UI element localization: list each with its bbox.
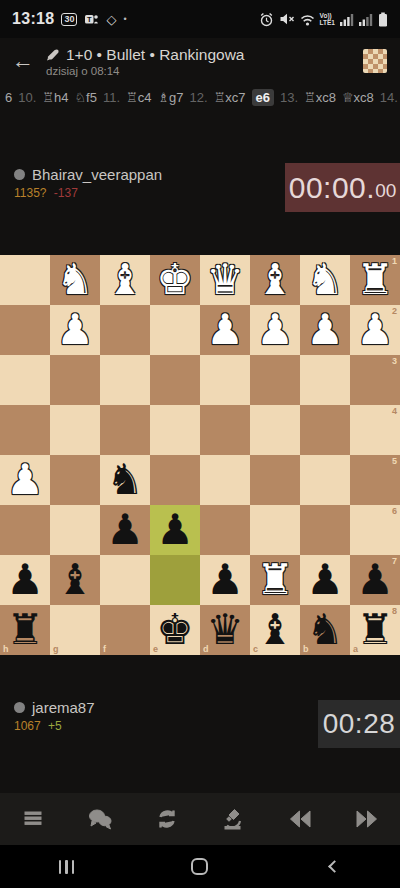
square-h8[interactable]: ♜h	[0, 605, 50, 655]
square-b1[interactable]: ♞	[300, 255, 350, 305]
square-d1[interactable]: ♛	[200, 255, 250, 305]
player-top: Bhairav_veerappan 1135? -137 00:00.00	[0, 160, 400, 215]
white-knight: ♞	[300, 255, 350, 305]
player-status-icon	[14, 169, 25, 180]
board-thumbnail-icon[interactable]	[363, 49, 387, 73]
move-list[interactable]: 610.♖h4♘f511.♖c4♗g712.♖xc7e613.♖xc8♕xc81…	[0, 86, 400, 110]
square-h5[interactable]: ♟	[0, 455, 50, 505]
square-g4[interactable]	[50, 405, 100, 455]
file-label: b	[303, 644, 309, 654]
file-label: a	[353, 644, 358, 654]
rank-label: 5	[392, 456, 397, 466]
player-bottom-rating: 1067	[14, 719, 41, 733]
square-a1[interactable]: ♜1	[350, 255, 400, 305]
square-a2[interactable]: ♟2	[350, 305, 400, 355]
microscope-icon	[221, 807, 245, 831]
square-f2[interactable]	[100, 305, 150, 355]
square-d7[interactable]: ♟	[200, 555, 250, 605]
current-move[interactable]: e6	[252, 89, 274, 106]
black-pawn: ♟	[0, 555, 50, 605]
android-nav-bar	[0, 845, 400, 888]
home-icon	[191, 858, 208, 875]
wifi-icon	[300, 13, 315, 26]
file-label: d	[203, 644, 209, 654]
square-d2[interactable]: ♟	[200, 305, 250, 355]
white-bishop: ♝	[250, 255, 300, 305]
square-h4[interactable]	[0, 405, 50, 455]
square-c3[interactable]	[250, 355, 300, 405]
player-bottom-name[interactable]: jarema87	[32, 699, 95, 716]
rank-label: 7	[392, 556, 397, 566]
square-a7[interactable]: ♟7	[350, 555, 400, 605]
white-king: ♚	[150, 255, 200, 305]
alarm-icon	[259, 12, 274, 27]
square-e4[interactable]	[150, 405, 200, 455]
clock-bottom-time: 00:28	[323, 708, 396, 740]
move-number: 11.	[103, 90, 120, 105]
calendar-icon: 30	[61, 13, 77, 26]
square-f8[interactable]: f	[100, 605, 150, 655]
square-a3[interactable]: 3	[350, 355, 400, 405]
white-queen: ♛	[200, 255, 250, 305]
black-pawn: ♟	[200, 555, 250, 605]
mute-icon	[279, 12, 295, 26]
forward-button[interactable]	[347, 799, 387, 839]
square-e6[interactable]: ♟	[150, 505, 200, 555]
signal-bars-2-icon	[359, 13, 373, 26]
square-g2[interactable]: ♟	[50, 305, 100, 355]
black-bishop: ♝	[50, 555, 100, 605]
move[interactable]: ♘f5	[74, 90, 97, 105]
square-d8[interactable]: ♛d	[200, 605, 250, 655]
move[interactable]: ♖h4	[42, 90, 68, 105]
diamond-icon: ◇	[106, 13, 116, 26]
white-rook: ♜	[250, 555, 300, 605]
clock-top-fraction: 00	[375, 180, 396, 202]
bullet-icon	[46, 47, 61, 62]
square-h1[interactable]	[0, 255, 50, 305]
player-status-icon	[14, 702, 25, 713]
rematch-button[interactable]	[147, 799, 187, 839]
clock-top-time: 00:00.	[289, 171, 375, 205]
back-chevron-icon	[328, 860, 341, 873]
square-a6[interactable]: 6	[350, 505, 400, 555]
move[interactable]: ♖xc7	[214, 90, 246, 105]
square-c1[interactable]: ♝	[250, 255, 300, 305]
svg-text:T: T	[87, 15, 92, 24]
rank-label: 4	[392, 406, 397, 416]
square-f7[interactable]	[100, 555, 150, 605]
teams-icon: T	[84, 12, 99, 26]
square-c7[interactable]: ♜	[250, 555, 300, 605]
notification-dot-icon: •	[123, 14, 126, 24]
recents-icon	[59, 860, 75, 874]
player-bottom: jarema87 1067 +5 00:28	[0, 693, 400, 748]
square-f3[interactable]	[100, 355, 150, 405]
white-pawn: ♟	[200, 305, 250, 355]
square-h3[interactable]	[0, 355, 50, 405]
clock-top: 00:00.00	[285, 163, 400, 212]
game-header: ← 1+0 • Bullet • Rankingowa dzisiaj o 08…	[0, 38, 400, 84]
square-d5[interactable]	[200, 455, 250, 505]
square-a4[interactable]: 4	[350, 405, 400, 455]
move[interactable]: 6	[5, 90, 12, 105]
square-f1[interactable]: ♝	[100, 255, 150, 305]
back-button[interactable]: ←	[0, 38, 46, 84]
white-pawn: ♟	[300, 305, 350, 355]
square-c6[interactable]	[250, 505, 300, 555]
black-pawn: ♟	[300, 555, 350, 605]
backward-button[interactable]	[280, 799, 320, 839]
player-top-rating: 1135?	[14, 186, 46, 200]
square-g8[interactable]: g	[50, 605, 100, 655]
file-label: h	[3, 644, 9, 654]
moves-list-icon	[22, 808, 44, 830]
black-pawn: ♟	[150, 505, 200, 555]
square-b2[interactable]: ♟	[300, 305, 350, 355]
game-date: dzisiaj o 08:14	[46, 65, 244, 77]
status-time: 13:18	[12, 10, 54, 28]
move[interactable]: ♖c4	[126, 90, 151, 105]
rank-label: 6	[392, 506, 397, 516]
white-pawn: ♟	[250, 305, 300, 355]
square-h2[interactable]	[0, 305, 50, 355]
white-pawn: ♟	[50, 305, 100, 355]
file-label: c	[253, 644, 258, 654]
moves-list-button[interactable]	[13, 799, 53, 839]
move-number: 13.	[280, 90, 298, 105]
clock-bottom: 00:28	[318, 700, 400, 748]
square-g6[interactable]	[50, 505, 100, 555]
square-d3[interactable]	[200, 355, 250, 405]
square-a8[interactable]: ♜8a	[350, 605, 400, 655]
bottom-toolbar	[0, 793, 400, 845]
square-a5[interactable]: 5	[350, 455, 400, 505]
square-f4[interactable]	[100, 405, 150, 455]
chat-button[interactable]	[80, 799, 120, 839]
signal-bars-icon	[340, 13, 354, 26]
square-c5[interactable]	[250, 455, 300, 505]
move-number: 14.	[380, 90, 398, 105]
white-pawn: ♟	[0, 455, 50, 505]
move[interactable]: ♕xc8	[342, 90, 374, 105]
move[interactable]: ♗g7	[157, 90, 183, 105]
square-b6[interactable]	[300, 505, 350, 555]
move-number: 10.	[18, 90, 36, 105]
file-label: g	[53, 644, 59, 654]
player-top-rating-diff: -137	[54, 186, 78, 200]
white-knight: ♞	[50, 255, 100, 305]
game-title: 1+0 • Bullet • Rankingowa	[66, 46, 244, 64]
square-b5[interactable]	[300, 455, 350, 505]
square-g3[interactable]	[50, 355, 100, 405]
square-e7[interactable]	[150, 555, 200, 605]
black-pawn: ♟	[100, 505, 150, 555]
square-g7[interactable]: ♝	[50, 555, 100, 605]
square-d6[interactable]	[200, 505, 250, 555]
square-g5[interactable]	[50, 455, 100, 505]
square-e8[interactable]: ♚e	[150, 605, 200, 655]
square-f5[interactable]: ♞	[100, 455, 150, 505]
rank-label: 3	[392, 356, 397, 366]
square-c2[interactable]: ♟	[250, 305, 300, 355]
square-b4[interactable]	[300, 405, 350, 455]
player-bottom-rating-diff: +5	[48, 719, 62, 733]
square-e1[interactable]: ♚	[150, 255, 200, 305]
rank-label: 1	[392, 256, 397, 266]
black-knight: ♞	[100, 455, 150, 505]
status-bar: 13:18 30 T ◇ •	[0, 0, 400, 38]
square-h6[interactable]	[0, 505, 50, 555]
square-g1[interactable]: ♞	[50, 255, 100, 305]
square-e5[interactable]	[150, 455, 200, 505]
square-b3[interactable]	[300, 355, 350, 405]
square-b7[interactable]: ♟	[300, 555, 350, 605]
nav-home-button[interactable]	[133, 858, 266, 875]
app-screen: 13:18 30 T ◇ •	[0, 0, 400, 888]
square-c4[interactable]	[250, 405, 300, 455]
square-e2[interactable]	[150, 305, 200, 355]
white-bishop: ♝	[100, 255, 150, 305]
square-b8[interactable]: ♞b	[300, 605, 350, 655]
file-label: f	[103, 644, 106, 654]
nav-recents-button[interactable]	[0, 860, 133, 874]
rank-label: 8	[392, 606, 397, 616]
rank-label: 2	[392, 306, 397, 316]
chat-icon	[88, 808, 112, 830]
chess-board[interactable]: ♞♝♚♛♝♞♜1♟♟♟♟♟234♟♞5♟♟6♟♝♟♜♟♟7♜hgf♚e♛d♝c♞…	[0, 255, 400, 655]
player-top-name[interactable]: Bhairav_veerappan	[32, 166, 162, 183]
backward-icon	[289, 810, 311, 828]
square-f6[interactable]: ♟	[100, 505, 150, 555]
square-h7[interactable]: ♟	[0, 555, 50, 605]
file-label: e	[153, 644, 158, 654]
move[interactable]: ♖xc8	[304, 90, 336, 105]
square-c8[interactable]: ♝c	[250, 605, 300, 655]
move-number: 12.	[190, 90, 208, 105]
square-d4[interactable]	[200, 405, 250, 455]
square-e3[interactable]	[150, 355, 200, 405]
nav-back-button[interactable]	[266, 862, 399, 871]
forward-icon	[356, 810, 378, 828]
rematch-icon	[155, 807, 179, 831]
volte-indicator: Vo)) LTE1	[320, 12, 335, 26]
analysis-button[interactable]	[213, 799, 253, 839]
battery-icon	[378, 12, 388, 27]
